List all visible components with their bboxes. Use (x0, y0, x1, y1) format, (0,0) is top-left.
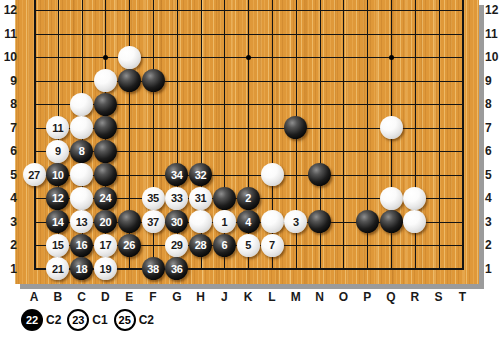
stone-E10 (118, 46, 141, 69)
stone-R4 (403, 187, 426, 210)
stone-H2-move-28: 28 (189, 234, 212, 257)
star-point-K10 (246, 55, 251, 60)
stone-D3-move-20: 20 (94, 210, 117, 233)
stone-C3-move-13: 13 (70, 210, 93, 233)
row-label-right-12: 12 (485, 3, 500, 17)
caption-stone-22: 22 (21, 309, 43, 331)
stone-J4 (213, 187, 236, 210)
stone-F4-move-35: 35 (142, 187, 165, 210)
stone-D7 (94, 116, 117, 139)
stone-B5-move-10: 10 (46, 163, 69, 186)
column-label-G: G (168, 290, 186, 304)
stone-C5 (70, 163, 93, 186)
column-label-A: A (25, 290, 43, 304)
stone-B4-move-12: 12 (46, 187, 69, 210)
grid-line-col-O (343, 0, 344, 270)
stone-L3 (261, 210, 284, 233)
column-label-J: J (215, 290, 233, 304)
caption: 22C223C125C2 (21, 309, 157, 331)
stone-K4-move-2: 2 (237, 187, 260, 210)
stone-E3 (118, 210, 141, 233)
row-label-left-9: 9 (0, 74, 17, 88)
row-label-right-8: 8 (485, 97, 500, 111)
row-label-right-5: 5 (485, 168, 500, 182)
row-label-left-1: 1 (0, 262, 17, 276)
stone-C2-move-16: 16 (70, 234, 93, 257)
stone-Q4 (380, 187, 403, 210)
stone-E9 (118, 69, 141, 92)
caption-point-23: C1 (92, 313, 107, 327)
stone-G2-move-29: 29 (165, 234, 188, 257)
stone-L2-move-7: 7 (261, 234, 284, 257)
stone-D5 (94, 163, 117, 186)
stone-C6-move-8: 8 (70, 140, 93, 163)
go-board: 1198271034321224353331214132037301431516… (15, 0, 479, 284)
stone-B1-move-21: 21 (46, 257, 69, 280)
stone-G1-move-36: 36 (165, 257, 188, 280)
stone-R3 (403, 210, 426, 233)
row-label-left-8: 8 (0, 97, 17, 111)
row-label-left-7: 7 (0, 121, 17, 135)
column-label-N: N (311, 290, 329, 304)
stone-G4-move-33: 33 (165, 187, 188, 210)
stone-D2-move-17: 17 (94, 234, 117, 257)
stone-Q3 (380, 210, 403, 233)
star-point-D10 (103, 55, 108, 60)
row-label-right-2: 2 (485, 238, 500, 252)
stone-L5 (261, 163, 284, 186)
row-label-left-11: 11 (0, 27, 17, 41)
stone-Q7 (380, 116, 403, 139)
grid-line-row-12 (34, 10, 463, 11)
column-label-L: L (263, 290, 281, 304)
go-diagram: 1198271034321224353331214132037301431516… (0, 0, 500, 345)
column-label-M: M (287, 290, 305, 304)
stone-D9 (94, 69, 117, 92)
row-label-right-1: 1 (485, 262, 500, 276)
stone-F3-move-37: 37 (142, 210, 165, 233)
stone-A5-move-27: 27 (23, 163, 46, 186)
stone-B6-move-9: 9 (46, 140, 69, 163)
row-label-left-2: 2 (0, 238, 17, 252)
stone-D1-move-19: 19 (94, 257, 117, 280)
star-point-Q10 (389, 55, 394, 60)
stone-B7-move-11: 11 (46, 116, 69, 139)
grid-line-col-T (462, 0, 464, 270)
stone-H4-move-31: 31 (189, 187, 212, 210)
stone-D6 (94, 140, 117, 163)
stone-C7 (70, 116, 93, 139)
row-label-left-10: 10 (0, 50, 17, 64)
row-label-left-6: 6 (0, 144, 17, 158)
stone-N5 (308, 163, 331, 186)
grid-line-col-A (34, 0, 36, 270)
stone-C4 (70, 187, 93, 210)
column-label-R: R (406, 290, 424, 304)
column-label-C: C (73, 290, 91, 304)
column-label-O: O (334, 290, 352, 304)
row-label-right-6: 6 (485, 144, 500, 158)
caption-stone-23: 23 (67, 309, 89, 331)
stone-K2-move-5: 5 (237, 234, 260, 257)
row-label-right-9: 9 (485, 74, 500, 88)
stone-M7 (284, 116, 307, 139)
stone-F1-move-38: 38 (142, 257, 165, 280)
stone-C8 (70, 93, 93, 116)
column-label-T: T (453, 290, 471, 304)
row-label-right-11: 11 (485, 27, 500, 41)
stone-E2-move-26: 26 (118, 234, 141, 257)
row-label-left-3: 3 (0, 215, 17, 229)
stone-P3 (356, 210, 379, 233)
caption-stone-25: 25 (114, 309, 136, 331)
row-label-right-3: 3 (485, 215, 500, 229)
caption-point-22: C2 (46, 313, 61, 327)
row-label-left-12: 12 (0, 3, 17, 17)
column-label-B: B (49, 290, 67, 304)
column-label-Q: Q (382, 290, 400, 304)
stone-B3-move-14: 14 (46, 210, 69, 233)
stone-D8 (94, 93, 117, 116)
column-label-H: H (192, 290, 210, 304)
column-label-P: P (358, 290, 376, 304)
grid-line-row-11 (34, 34, 463, 35)
column-label-E: E (120, 290, 138, 304)
column-label-F: F (144, 290, 162, 304)
stone-N3 (308, 210, 331, 233)
stone-D4-move-24: 24 (94, 187, 117, 210)
stone-F9 (142, 69, 165, 92)
column-label-S: S (430, 290, 448, 304)
row-label-right-4: 4 (485, 191, 500, 205)
stone-H3 (189, 210, 212, 233)
column-label-K: K (239, 290, 257, 304)
row-label-left-5: 5 (0, 168, 17, 182)
stone-J2-move-6: 6 (213, 234, 236, 257)
stone-B2-move-15: 15 (46, 234, 69, 257)
column-label-D: D (96, 290, 114, 304)
caption-point-25: C2 (139, 313, 154, 327)
row-label-left-4: 4 (0, 191, 17, 205)
stone-J3-move-1: 1 (213, 210, 236, 233)
stone-G3-move-30: 30 (165, 210, 188, 233)
stone-K3-move-4: 4 (237, 210, 260, 233)
row-label-right-7: 7 (485, 121, 500, 135)
row-label-right-10: 10 (485, 50, 500, 64)
stone-C1-move-18: 18 (70, 257, 93, 280)
grid-line-col-S (439, 0, 440, 270)
stone-H5-move-32: 32 (189, 163, 212, 186)
stone-M3-move-3: 3 (284, 210, 307, 233)
stone-G5-move-34: 34 (165, 163, 188, 186)
